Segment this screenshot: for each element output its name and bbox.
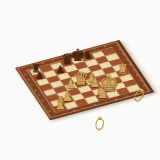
piece-white-bishop: ♝ [53,95,69,113]
coordinate-mark [63,113,65,114]
coordinate-mark [104,46,106,47]
coordinate-mark [143,85,145,86]
coordinate-mark [126,59,128,60]
coordinate-mark [122,54,124,55]
coordinate-mark [35,90,37,91]
coordinate-mark [24,74,26,75]
coordinate-mark [42,100,44,101]
coordinate-mark [84,107,86,108]
coordinate-mark [45,105,47,106]
coordinate-mark [38,95,40,96]
clasp-ring-icon [94,118,104,131]
coordinate-mark [52,60,54,61]
coordinate-mark [42,63,44,64]
coordinate-mark [105,102,107,103]
coordinate-mark [28,79,30,80]
coordinate-mark [140,80,142,81]
coordinate-mark [119,49,121,50]
coordinate-mark [115,99,117,100]
piece-black-pawn: ♟ [35,69,44,79]
coordinate-mark [31,85,33,86]
coordinate-mark [94,105,96,106]
coordinate-mark [133,69,135,70]
coordinate-mark [129,64,131,65]
coordinate-mark [74,110,76,111]
piece-black-knight: ♞ [83,49,93,60]
coordinate-mark [94,49,96,50]
coordinate-mark [136,75,138,76]
chess-set-photo: ♜♛♚♞♟♟♟♛♟♜♟♟♚♝♞ [0,0,160,160]
coordinate-mark [126,96,128,97]
piece-black-pawn: ♟ [55,64,64,74]
coordinate-mark [49,111,51,112]
piece-white-knight: ♞ [95,85,109,101]
